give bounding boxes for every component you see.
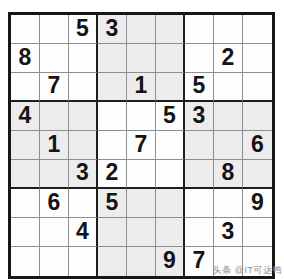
cell-r8c7[interactable] [185,218,214,247]
cell-r2c8[interactable]: 2 [214,44,243,73]
cell-r7c7[interactable] [185,189,214,218]
given-digit: 4 [19,104,32,127]
cell-r4c1[interactable]: 4 [11,102,40,131]
cell-r3c7[interactable]: 5 [185,73,214,102]
cell-r3c8[interactable] [214,73,243,102]
cell-r6c3[interactable]: 3 [69,160,98,189]
given-digit: 7 [193,249,206,272]
cell-r1c1[interactable] [11,15,40,44]
cell-r5c8[interactable] [214,131,243,160]
cell-r1c6[interactable] [156,15,185,44]
cell-r4c8[interactable] [214,102,243,131]
cell-r8c3[interactable]: 4 [69,218,98,247]
cell-r8c8[interactable]: 3 [214,218,243,247]
cell-r1c2[interactable] [40,15,69,44]
given-digit: 4 [76,220,89,243]
cell-r7c4[interactable]: 5 [98,189,127,218]
given-digit: 3 [106,17,119,40]
cell-r2c4[interactable] [98,44,127,73]
given-digit: 9 [251,191,264,214]
cell-r3c2[interactable]: 7 [40,73,69,102]
cell-r4c7[interactable]: 3 [185,102,214,131]
given-digit: 1 [135,74,148,97]
given-digit: 5 [193,74,206,97]
cell-r4c6[interactable]: 5 [156,102,185,131]
cell-r5c5[interactable]: 7 [127,131,156,160]
cell-r4c4[interactable] [98,102,127,131]
cell-r7c8[interactable] [214,189,243,218]
cell-r6c5[interactable] [127,160,156,189]
cell-r3c3[interactable] [69,73,98,102]
cell-r4c9[interactable] [243,102,272,131]
cell-r7c9[interactable]: 9 [243,189,272,218]
cell-r2c6[interactable] [156,44,185,73]
given-digit: 5 [106,191,119,214]
cell-r6c6[interactable] [156,160,185,189]
cell-r1c5[interactable] [127,15,156,44]
given-digit: 7 [48,74,61,97]
cell-r2c2[interactable] [40,44,69,73]
cell-r3c6[interactable] [156,73,185,102]
cell-r5c9[interactable]: 6 [243,131,272,160]
given-digit: 1 [48,133,61,156]
cell-r9c5[interactable] [127,247,156,276]
given-digit: 2 [106,161,119,184]
cell-r9c1[interactable] [11,247,40,276]
given-digit: 3 [193,104,206,127]
watermark: 头条 @IT可达鸭 [213,266,282,275]
given-digit: 5 [163,104,176,127]
cell-r5c7[interactable] [185,131,214,160]
cell-r1c3[interactable]: 5 [69,15,98,44]
given-digit: 3 [76,161,89,184]
cell-r9c6[interactable]: 9 [156,247,185,276]
cell-r4c2[interactable] [40,102,69,131]
cell-r8c5[interactable] [127,218,156,247]
cell-r2c7[interactable] [185,44,214,73]
cell-r9c7[interactable]: 7 [185,247,214,276]
cell-r2c1[interactable]: 8 [11,44,40,73]
cell-r2c5[interactable] [127,44,156,73]
given-digit: 5 [76,17,89,40]
cell-r5c4[interactable] [98,131,127,160]
cell-r5c2[interactable]: 1 [40,131,69,160]
cell-r6c4[interactable]: 2 [98,160,127,189]
cell-r2c9[interactable] [243,44,272,73]
cell-r6c1[interactable] [11,160,40,189]
cell-r9c3[interactable] [69,247,98,276]
cell-r5c6[interactable] [156,131,185,160]
cell-r6c8[interactable]: 8 [214,160,243,189]
cell-r9c4[interactable] [98,247,127,276]
cell-r3c1[interactable] [11,73,40,102]
cell-r6c2[interactable] [40,160,69,189]
cell-r1c7[interactable] [185,15,214,44]
cell-r1c9[interactable] [243,15,272,44]
sudoku-diagram: 53827154531763286594397 头条 @IT可达鸭 [0,0,284,279]
given-digit: 8 [222,161,235,184]
given-digit: 9 [163,249,176,272]
cell-r8c2[interactable] [40,218,69,247]
cell-r5c1[interactable] [11,131,40,160]
cell-r4c3[interactable] [69,102,98,131]
cell-r7c2[interactable]: 6 [40,189,69,218]
cell-r3c4[interactable] [98,73,127,102]
given-digit: 6 [251,133,264,156]
cell-r7c3[interactable] [69,189,98,218]
cell-r2c3[interactable] [69,44,98,73]
cell-r1c4[interactable]: 3 [98,15,127,44]
cell-r3c5[interactable]: 1 [127,73,156,102]
given-digit: 2 [222,46,235,69]
cell-r8c1[interactable] [11,218,40,247]
given-digit: 6 [48,191,61,214]
given-digit: 8 [19,46,32,69]
cell-r7c5[interactable] [127,189,156,218]
cell-r5c3[interactable] [69,131,98,160]
cell-r3c9[interactable] [243,73,272,102]
cell-r8c4[interactable] [98,218,127,247]
cell-r8c6[interactable] [156,218,185,247]
cell-r7c6[interactable] [156,189,185,218]
cell-r4c5[interactable] [127,102,156,131]
cell-r6c9[interactable] [243,160,272,189]
cell-r8c9[interactable] [243,218,272,247]
cell-r9c2[interactable] [40,247,69,276]
given-digit: 7 [135,133,148,156]
cell-r7c1[interactable] [11,189,40,218]
cell-r6c7[interactable] [185,160,214,189]
cell-r1c8[interactable] [214,15,243,44]
given-digit: 3 [222,220,235,243]
sudoku-board: 53827154531763286594397 [8,12,275,279]
